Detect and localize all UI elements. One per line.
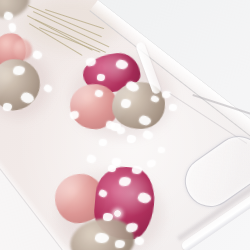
product-photo: [0, 0, 250, 250]
background-beyond-left-edge: [0, 168, 201, 250]
case-structure-layer: [0, 0, 250, 250]
